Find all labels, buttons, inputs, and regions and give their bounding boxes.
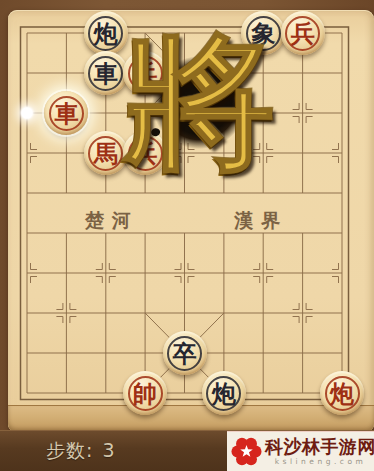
river-label-chu-he: 楚河 — [85, 208, 139, 234]
watermark: 科沙林手游网 kslineng.com — [227, 431, 374, 471]
black-soldier[interactable]: 卒 — [163, 331, 207, 375]
piece-character: 帥 — [133, 382, 157, 406]
red-general[interactable]: 帥 — [123, 371, 167, 415]
piece-character: 兵 — [133, 142, 157, 166]
piece-character: 象 — [251, 22, 275, 46]
move-origin-indicator — [22, 108, 33, 119]
red-chariot[interactable]: 車 — [44, 91, 88, 135]
xiangqi-game-screen: 楚河 漢界 炮象兵車兵車馬兵卒帥炮炮 將 步数:3 科沙林手游网 kslinen… — [0, 0, 374, 471]
river-label-han-jie: 漢界 — [234, 208, 288, 234]
black-elephant[interactable]: 象 — [241, 11, 285, 55]
piece-character: 車 — [94, 62, 118, 86]
step-counter: 步数:3 — [46, 438, 116, 464]
red-cannon[interactable]: 炮 — [320, 371, 364, 415]
red-soldier[interactable]: 兵 — [123, 131, 167, 175]
piece-character: 卒 — [173, 342, 197, 366]
piece-character: 炮 — [94, 22, 118, 46]
red-soldier[interactable]: 兵 — [281, 11, 325, 55]
xiangqi-board: 楚河 漢界 炮象兵車兵車馬兵卒帥炮炮 將 — [8, 10, 374, 432]
piece-character: 炮 — [330, 382, 354, 406]
flower-logo-icon — [230, 435, 263, 468]
piece-character: 馬 — [94, 142, 118, 166]
black-cannon[interactable]: 炮 — [202, 371, 246, 415]
watermark-text: 科沙林手游网 kslineng.com — [265, 437, 374, 467]
black-chariot[interactable]: 車 — [84, 51, 128, 95]
red-horse[interactable]: 馬 — [84, 131, 128, 175]
step-counter-value: 3 — [102, 439, 115, 461]
watermark-site-url: kslineng.com — [275, 457, 367, 466]
piece-character: 兵 — [133, 62, 157, 86]
piece-character: 車 — [54, 102, 78, 126]
watermark-site-name: 科沙林手游网 — [265, 437, 374, 457]
black-cannon[interactable]: 炮 — [84, 11, 128, 55]
piece-character: 炮 — [212, 382, 236, 406]
step-counter-label: 步数: — [46, 439, 93, 461]
piece-character: 兵 — [291, 22, 315, 46]
